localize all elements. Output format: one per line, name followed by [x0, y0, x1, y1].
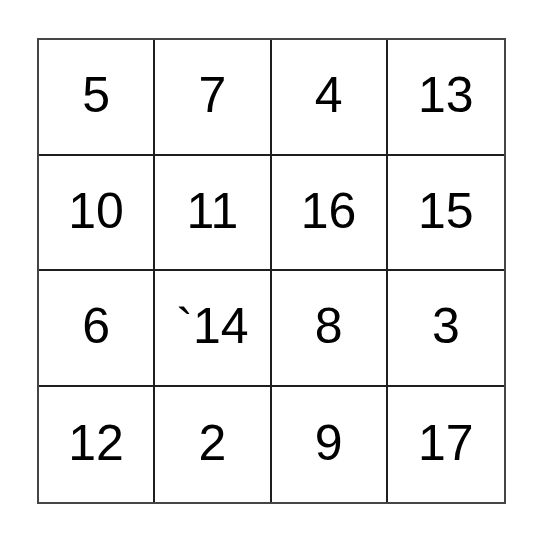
cell-r2c3[interactable]: 16 — [272, 156, 388, 272]
cell-r2c2[interactable]: 11 — [155, 156, 271, 272]
cell-r1c1[interactable]: 5 — [39, 40, 155, 156]
cell-r2c1[interactable]: 10 — [39, 156, 155, 272]
cell-r2c4[interactable]: 15 — [388, 156, 504, 272]
cell-r1c2[interactable]: 7 — [155, 40, 271, 156]
cell-r3c4[interactable]: 3 — [388, 271, 504, 387]
cell-r1c4[interactable]: 13 — [388, 40, 504, 156]
cell-r3c1[interactable]: 6 — [39, 271, 155, 387]
cell-r4c4[interactable]: 17 — [388, 387, 504, 503]
cell-r1c3[interactable]: 4 — [272, 40, 388, 156]
bingo-board: 5 7 4 13 10 11 16 15 6 `14 8 3 12 2 9 17 — [37, 38, 506, 504]
cell-r4c3[interactable]: 9 — [272, 387, 388, 503]
cell-r4c1[interactable]: 12 — [39, 387, 155, 503]
cell-r4c2[interactable]: 2 — [155, 387, 271, 503]
cell-r3c3[interactable]: 8 — [272, 271, 388, 387]
cell-r3c2[interactable]: `14 — [155, 271, 271, 387]
